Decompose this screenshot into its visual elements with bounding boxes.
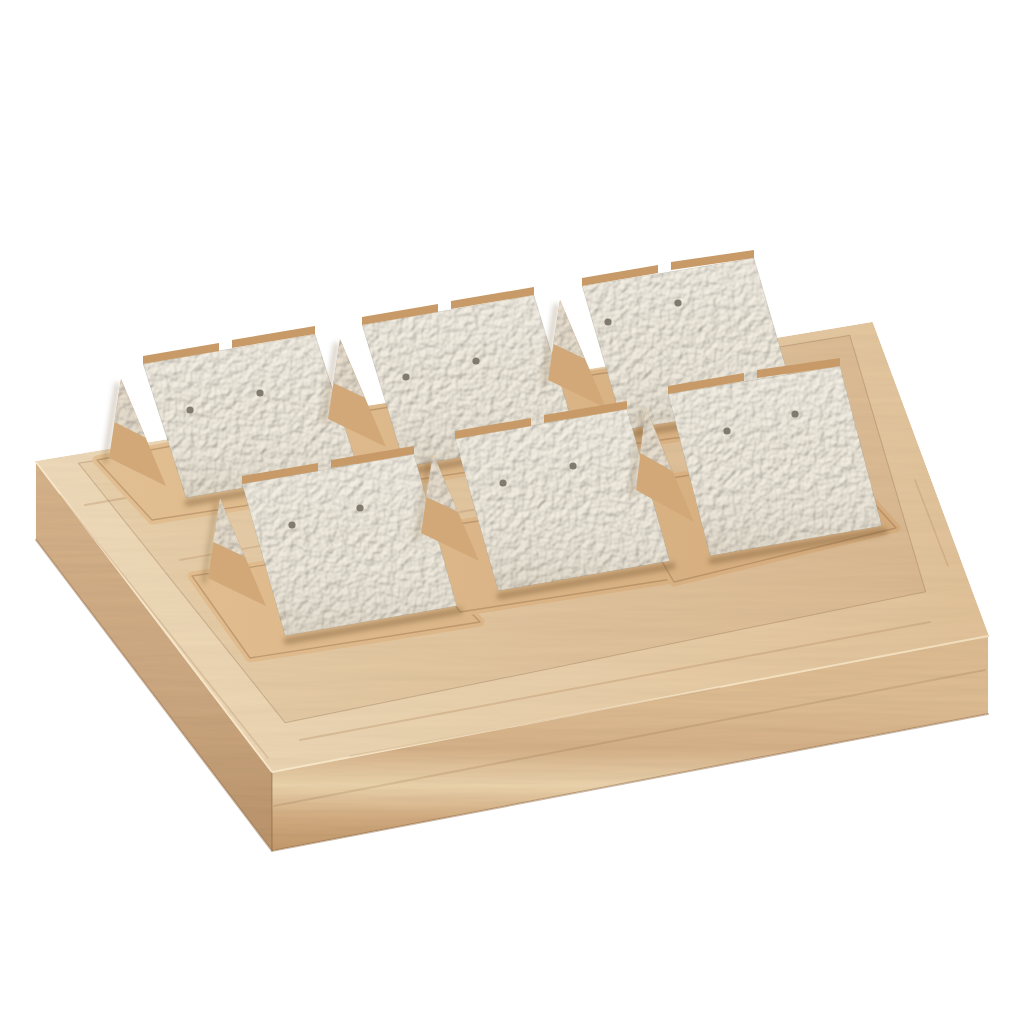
- product-photo: Overhead three-quarter product photo of …: [0, 0, 1024, 1024]
- pin-hole-right: [791, 410, 798, 417]
- pin-hole-left: [723, 427, 730, 434]
- pin-hole-left: [604, 318, 611, 325]
- pin-hole-right: [356, 504, 363, 511]
- earring-tray-photo: Overhead three-quarter product photo of …: [0, 0, 1024, 1024]
- pin-hole-left: [499, 479, 506, 486]
- pin-hole-left: [288, 521, 295, 528]
- pin-hole-left: [186, 406, 193, 413]
- pin-hole-right: [569, 462, 576, 469]
- pin-hole-right: [256, 389, 263, 396]
- pin-hole-right: [674, 299, 681, 306]
- pin-hole-left: [402, 373, 409, 380]
- pin-hole-right: [472, 357, 479, 364]
